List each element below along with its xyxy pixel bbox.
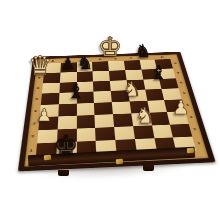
square-a6[interactable] [42, 82, 60, 93]
piece-black-pawn-c7[interactable]: ♟ [61, 56, 75, 72]
square-b3[interactable] [57, 116, 76, 130]
rank-label-8-right: 8 [170, 59, 181, 69]
piece-white-pawn-a3[interactable]: ♟ [36, 107, 51, 124]
brass-clasp-2 [187, 148, 194, 153]
square-c2[interactable] [76, 127, 96, 141]
square-e2[interactable] [114, 126, 135, 140]
square-c4[interactable] [76, 103, 94, 116]
piece-white-knight-f5[interactable]: ♞ [123, 79, 141, 99]
brass-clasp-1 [116, 159, 123, 164]
square-e3[interactable] [113, 113, 133, 126]
piece-white-queen-a7[interactable]: ♛ [28, 52, 52, 79]
square-d2[interactable] [95, 127, 115, 141]
piece-black-king-b1[interactable]: ♚ [53, 132, 78, 160]
square-c3[interactable] [76, 115, 95, 128]
piece-black-bishop-c5[interactable]: ♝ [67, 81, 85, 101]
piece-black-knight-g8[interactable]: ♞ [135, 42, 151, 60]
rank-label-6-right: 6 [176, 78, 187, 89]
square-d6[interactable] [93, 81, 111, 92]
square-d5[interactable] [94, 91, 112, 103]
frame-corner [196, 151, 208, 159]
piece-black-bishop-h6[interactable]: ♝ [150, 63, 167, 82]
board-foot-1 [143, 165, 154, 171]
brass-clasp-0 [44, 155, 51, 160]
piece-white-king-e8[interactable]: ♚ [98, 33, 122, 60]
piece-black-knight-d7[interactable]: ♞ [77, 54, 93, 72]
rank-label-7-right: 7 [173, 68, 184, 78]
square-b4[interactable] [58, 104, 76, 117]
square-d4[interactable] [94, 102, 113, 115]
square-e4[interactable] [112, 101, 131, 114]
square-d7[interactable] [93, 71, 110, 82]
piece-white-knight-f3[interactable]: ♞ [135, 105, 155, 127]
product-photo: ABCDEFGH8877665544332211ABCDEFGH ♚♛♞♟♞♝♝… [0, 0, 220, 220]
square-a5[interactable] [41, 93, 59, 105]
piece-white-pawn-h3[interactable]: ♟ [172, 98, 189, 117]
square-d3[interactable] [95, 114, 114, 127]
board-foot-0 [58, 170, 69, 176]
